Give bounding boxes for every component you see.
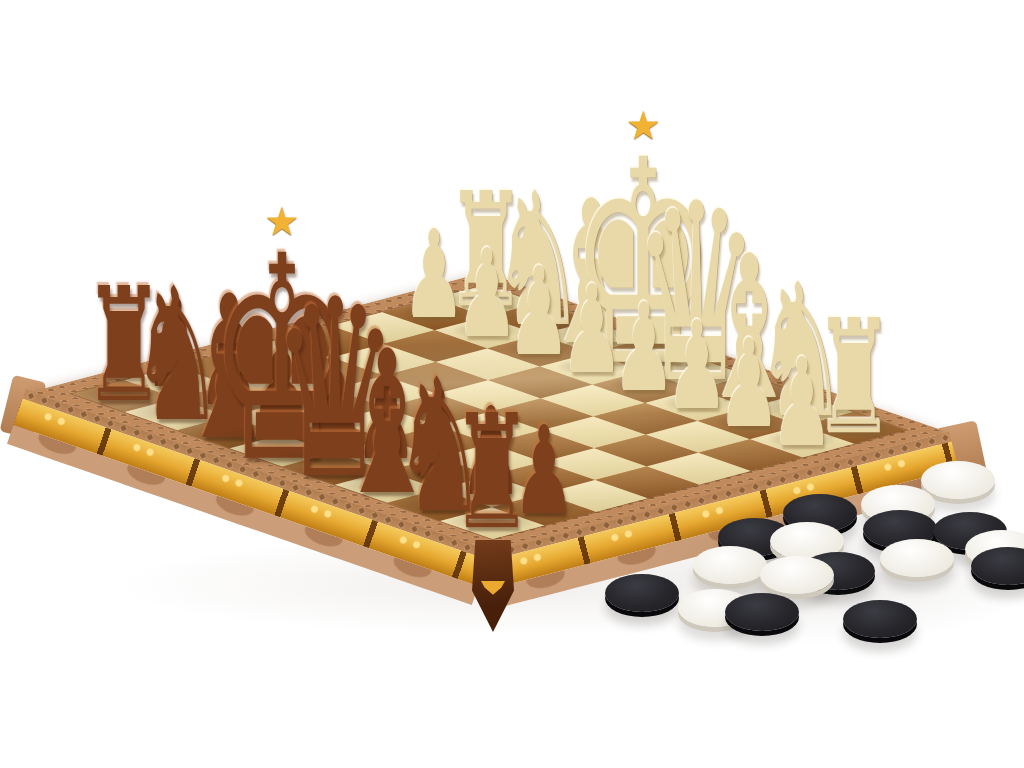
- gold-crown-icon: ★: [264, 202, 299, 241]
- checker-disc-white: [880, 539, 954, 577]
- gold-crown-icon: ★: [626, 106, 661, 145]
- checker-disc-black: [725, 593, 799, 631]
- checker-disc-black: [605, 574, 679, 612]
- rook-glyph: ♜: [451, 394, 533, 552]
- checker-disc-white: [760, 556, 834, 594]
- checker-disc-black: [843, 600, 917, 638]
- clasp-emblem-icon: [481, 579, 505, 595]
- checker-disc-white: [921, 461, 995, 499]
- pawn-glyph: ♟: [770, 341, 833, 463]
- product-photo-stage: ♜♞♝♛♚★♝♞♜♟♟♟♟♟♟♟♟♟♟♟♟♟♟♟♟♜♞♝♛♚★♝♞♜: [0, 0, 1024, 768]
- piece-brown-rook: ♜: [421, 394, 563, 552]
- piece-white-pawn: ♟: [747, 341, 856, 463]
- checker-disc-white: [693, 546, 767, 584]
